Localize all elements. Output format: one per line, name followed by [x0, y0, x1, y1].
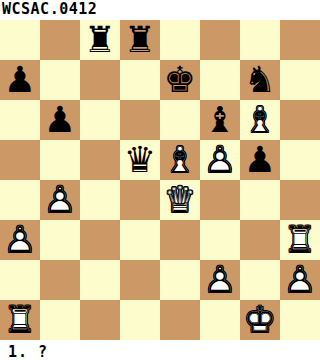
move-prompt: 1. ?	[0, 340, 320, 360]
square-d6[interactable]	[120, 100, 160, 140]
square-b6[interactable]: ♟	[40, 100, 80, 140]
piece-fill-layer: ♜	[120, 20, 160, 60]
square-c5[interactable]	[80, 140, 120, 180]
square-f2[interactable]: ♟♙	[200, 260, 240, 300]
square-d2[interactable]	[120, 260, 160, 300]
square-g5[interactable]: ♟	[240, 140, 280, 180]
square-e1[interactable]	[160, 300, 200, 340]
square-h7[interactable]	[280, 60, 320, 100]
square-h8[interactable]	[280, 20, 320, 60]
piece-outline-layer: ♙	[40, 180, 80, 220]
square-h3[interactable]: ♜♖	[280, 220, 320, 260]
white-pawn-piece: ♟♙	[200, 260, 240, 300]
square-a2[interactable]	[0, 260, 40, 300]
black-king-piece: ♚	[160, 60, 200, 100]
chess-diagram-page: WCSAC.0412 ♜♜♟♚♞♟♝♝♗♛♝♗♟♙♟♟♙♛♕♟♙♜♖♟♙♟♙♜♖…	[0, 0, 320, 360]
square-d7[interactable]	[120, 60, 160, 100]
piece-outline-layer: ♕	[160, 180, 200, 220]
square-a4[interactable]	[0, 180, 40, 220]
black-rook-piece: ♜	[80, 20, 120, 60]
square-c4[interactable]	[80, 180, 120, 220]
square-e7[interactable]: ♚	[160, 60, 200, 100]
piece-fill-layer: ♜	[80, 20, 120, 60]
square-e6[interactable]	[160, 100, 200, 140]
square-b8[interactable]	[40, 20, 80, 60]
black-rook-piece: ♜	[120, 20, 160, 60]
piece-fill-layer: ♝	[200, 100, 240, 140]
piece-fill-layer: ♞	[240, 60, 280, 100]
white-rook-piece: ♜♖	[0, 300, 40, 340]
square-g8[interactable]	[240, 20, 280, 60]
square-a8[interactable]	[0, 20, 40, 60]
piece-fill-layer: ♟	[0, 60, 40, 100]
square-b2[interactable]	[40, 260, 80, 300]
piece-fill-layer: ♚	[160, 60, 200, 100]
black-pawn-piece: ♟	[0, 60, 40, 100]
square-f1[interactable]	[200, 300, 240, 340]
white-queen-piece: ♛♕	[160, 180, 200, 220]
square-g1[interactable]: ♚♔	[240, 300, 280, 340]
square-a7[interactable]: ♟	[0, 60, 40, 100]
black-knight-piece: ♞	[240, 60, 280, 100]
square-d3[interactable]	[120, 220, 160, 260]
piece-fill-layer: ♟	[240, 140, 280, 180]
piece-fill-layer: ♟	[40, 100, 80, 140]
white-bishop-piece: ♝♗	[160, 140, 200, 180]
square-c6[interactable]	[80, 100, 120, 140]
black-queen-piece: ♛	[120, 140, 160, 180]
black-pawn-piece: ♟	[40, 100, 80, 140]
piece-outline-layer: ♙	[200, 140, 240, 180]
white-bishop-piece: ♝♗	[240, 100, 280, 140]
piece-outline-layer: ♙	[280, 260, 320, 300]
square-h2[interactable]: ♟♙	[280, 260, 320, 300]
piece-outline-layer: ♙	[0, 220, 40, 260]
piece-outline-layer: ♙	[200, 260, 240, 300]
square-e2[interactable]	[160, 260, 200, 300]
square-g3[interactable]	[240, 220, 280, 260]
piece-outline-layer: ♗	[160, 140, 200, 180]
square-c7[interactable]	[80, 60, 120, 100]
square-b5[interactable]	[40, 140, 80, 180]
square-f3[interactable]	[200, 220, 240, 260]
square-g6[interactable]: ♝♗	[240, 100, 280, 140]
white-king-piece: ♚♔	[240, 300, 280, 340]
square-a3[interactable]: ♟♙	[0, 220, 40, 260]
square-a1[interactable]: ♜♖	[0, 300, 40, 340]
black-bishop-piece: ♝	[200, 100, 240, 140]
square-f4[interactable]	[200, 180, 240, 220]
square-a5[interactable]	[0, 140, 40, 180]
square-c1[interactable]	[80, 300, 120, 340]
square-c8[interactable]: ♜	[80, 20, 120, 60]
square-f8[interactable]	[200, 20, 240, 60]
square-d1[interactable]	[120, 300, 160, 340]
square-g4[interactable]	[240, 180, 280, 220]
square-e3[interactable]	[160, 220, 200, 260]
square-e5[interactable]: ♝♗	[160, 140, 200, 180]
white-rook-piece: ♜♖	[280, 220, 320, 260]
white-pawn-piece: ♟♙	[40, 180, 80, 220]
square-f6[interactable]: ♝	[200, 100, 240, 140]
square-b4[interactable]: ♟♙	[40, 180, 80, 220]
square-h6[interactable]	[280, 100, 320, 140]
square-e4[interactable]: ♛♕	[160, 180, 200, 220]
square-f7[interactable]	[200, 60, 240, 100]
square-b1[interactable]	[40, 300, 80, 340]
piece-outline-layer: ♖	[280, 220, 320, 260]
square-h5[interactable]	[280, 140, 320, 180]
square-e8[interactable]	[160, 20, 200, 60]
white-pawn-piece: ♟♙	[280, 260, 320, 300]
black-pawn-piece: ♟	[240, 140, 280, 180]
square-d5[interactable]: ♛	[120, 140, 160, 180]
square-c2[interactable]	[80, 260, 120, 300]
square-c3[interactable]	[80, 220, 120, 260]
piece-outline-layer: ♖	[0, 300, 40, 340]
square-d4[interactable]	[120, 180, 160, 220]
square-g2[interactable]	[240, 260, 280, 300]
square-d8[interactable]: ♜	[120, 20, 160, 60]
piece-fill-layer: ♛	[120, 140, 160, 180]
piece-outline-layer: ♗	[240, 100, 280, 140]
white-pawn-piece: ♟♙	[200, 140, 240, 180]
piece-outline-layer: ♔	[240, 300, 280, 340]
square-g7[interactable]: ♞	[240, 60, 280, 100]
white-pawn-piece: ♟♙	[0, 220, 40, 260]
square-a6[interactable]	[0, 100, 40, 140]
square-b3[interactable]	[40, 220, 80, 260]
square-h4[interactable]	[280, 180, 320, 220]
square-h1[interactable]	[280, 300, 320, 340]
square-b7[interactable]	[40, 60, 80, 100]
diagram-title: WCSAC.0412	[0, 0, 320, 20]
chess-board: ♜♜♟♚♞♟♝♝♗♛♝♗♟♙♟♟♙♛♕♟♙♜♖♟♙♟♙♜♖♚♔	[0, 20, 320, 340]
square-f5[interactable]: ♟♙	[200, 140, 240, 180]
